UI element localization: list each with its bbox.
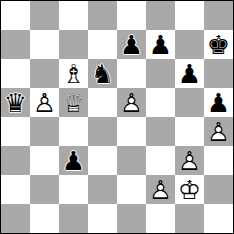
square-d6[interactable]: ♞ xyxy=(88,59,117,88)
black-pawn: ♟︎ xyxy=(117,30,146,59)
square-b2[interactable] xyxy=(30,175,59,204)
white-pawn: ♟︎♙ xyxy=(175,146,204,175)
white-pawn: ♟︎♙ xyxy=(30,88,59,117)
square-b5[interactable]: ♟︎♙ xyxy=(30,88,59,117)
square-c8[interactable] xyxy=(59,1,88,30)
chess-board-frame: ♟︎♟︎♚♝♗♞♟︎♛♟︎♙♛♕♟︎♙♟︎♟︎♙♟︎♟︎♙♟︎♙♚♔ xyxy=(0,0,234,234)
square-a4[interactable] xyxy=(1,117,30,146)
square-h1[interactable] xyxy=(204,204,233,233)
square-a7[interactable] xyxy=(1,30,30,59)
square-c6[interactable]: ♝♗ xyxy=(59,59,88,88)
square-a3[interactable] xyxy=(1,146,30,175)
square-a8[interactable] xyxy=(1,1,30,30)
square-e5[interactable]: ♟︎♙ xyxy=(117,88,146,117)
square-d2[interactable] xyxy=(88,175,117,204)
square-f1[interactable] xyxy=(146,204,175,233)
square-f8[interactable] xyxy=(146,1,175,30)
square-e4[interactable] xyxy=(117,117,146,146)
square-d4[interactable] xyxy=(88,117,117,146)
white-king: ♚♔ xyxy=(175,175,204,204)
square-h2[interactable] xyxy=(204,175,233,204)
black-king: ♚ xyxy=(204,30,233,59)
square-e2[interactable] xyxy=(117,175,146,204)
square-e8[interactable] xyxy=(117,1,146,30)
square-a2[interactable] xyxy=(1,175,30,204)
square-e7[interactable]: ♟︎ xyxy=(117,30,146,59)
square-c3[interactable]: ♟︎ xyxy=(59,146,88,175)
square-g8[interactable] xyxy=(175,1,204,30)
square-g1[interactable] xyxy=(175,204,204,233)
square-f7[interactable]: ♟︎ xyxy=(146,30,175,59)
square-d8[interactable] xyxy=(88,1,117,30)
square-g5[interactable] xyxy=(175,88,204,117)
square-b3[interactable] xyxy=(30,146,59,175)
square-b7[interactable] xyxy=(30,30,59,59)
square-b1[interactable] xyxy=(30,204,59,233)
square-e3[interactable] xyxy=(117,146,146,175)
black-pawn: ♟︎ xyxy=(146,30,175,59)
square-c2[interactable] xyxy=(59,175,88,204)
square-g2[interactable]: ♚♔ xyxy=(175,175,204,204)
black-pawn: ♟︎ xyxy=(204,88,233,117)
black-pawn: ♟︎ xyxy=(59,146,88,175)
square-f3[interactable] xyxy=(146,146,175,175)
square-c7[interactable] xyxy=(59,30,88,59)
square-h3[interactable] xyxy=(204,146,233,175)
square-e6[interactable] xyxy=(117,59,146,88)
square-g7[interactable] xyxy=(175,30,204,59)
square-c1[interactable] xyxy=(59,204,88,233)
square-c5[interactable]: ♛♕ xyxy=(59,88,88,117)
square-d5[interactable] xyxy=(88,88,117,117)
square-d7[interactable] xyxy=(88,30,117,59)
square-a6[interactable] xyxy=(1,59,30,88)
square-a5[interactable]: ♛ xyxy=(1,88,30,117)
square-h8[interactable] xyxy=(204,1,233,30)
white-pawn: ♟︎♙ xyxy=(204,117,233,146)
square-h4[interactable]: ♟︎♙ xyxy=(204,117,233,146)
square-b4[interactable] xyxy=(30,117,59,146)
black-queen: ♛ xyxy=(1,88,30,117)
square-b8[interactable] xyxy=(30,1,59,30)
square-f2[interactable]: ♟︎♙ xyxy=(146,175,175,204)
square-b6[interactable] xyxy=(30,59,59,88)
square-f5[interactable] xyxy=(146,88,175,117)
white-bishop: ♝♗ xyxy=(59,59,88,88)
square-g3[interactable]: ♟︎♙ xyxy=(175,146,204,175)
square-f4[interactable] xyxy=(146,117,175,146)
square-f6[interactable] xyxy=(146,59,175,88)
square-h6[interactable] xyxy=(204,59,233,88)
white-queen: ♛♕ xyxy=(59,88,88,117)
white-pawn: ♟︎♙ xyxy=(146,175,175,204)
square-c4[interactable] xyxy=(59,117,88,146)
square-d3[interactable] xyxy=(88,146,117,175)
black-pawn: ♟︎ xyxy=(175,59,204,88)
square-h5[interactable]: ♟︎ xyxy=(204,88,233,117)
black-knight: ♞ xyxy=(88,59,117,88)
white-pawn: ♟︎♙ xyxy=(117,88,146,117)
square-d1[interactable] xyxy=(88,204,117,233)
square-h7[interactable]: ♚ xyxy=(204,30,233,59)
square-g4[interactable] xyxy=(175,117,204,146)
chess-board: ♟︎♟︎♚♝♗♞♟︎♛♟︎♙♛♕♟︎♙♟︎♟︎♙♟︎♟︎♙♟︎♙♚♔ xyxy=(1,1,233,233)
square-g6[interactable]: ♟︎ xyxy=(175,59,204,88)
square-e1[interactable] xyxy=(117,204,146,233)
square-a1[interactable] xyxy=(1,204,30,233)
